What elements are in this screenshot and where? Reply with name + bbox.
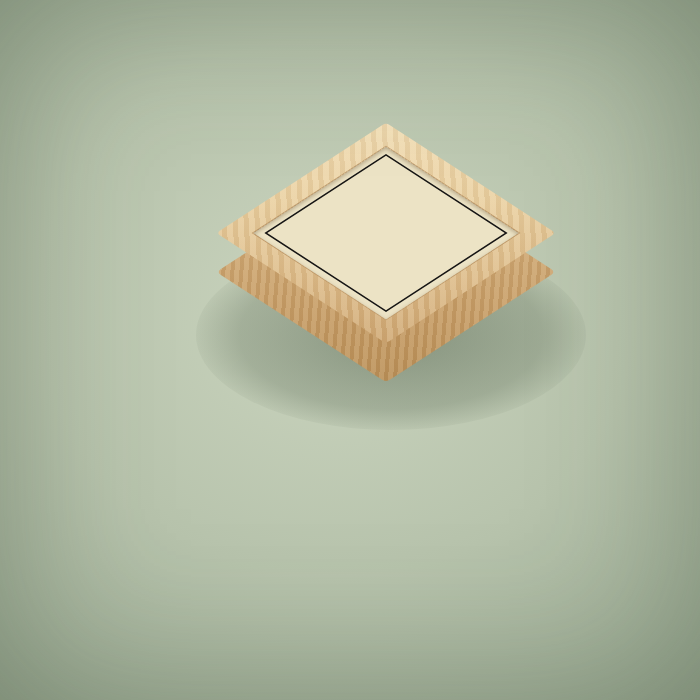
game-scene-photo: [0, 0, 700, 700]
